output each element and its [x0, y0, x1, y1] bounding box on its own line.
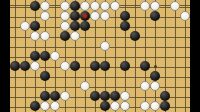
white-stone[interactable] [110, 101, 120, 111]
white-stone[interactable] [90, 11, 100, 21]
black-stone[interactable] [120, 21, 130, 31]
white-stone[interactable] [180, 11, 190, 21]
go-board[interactable] [10, 0, 190, 112]
black-stone[interactable] [150, 71, 160, 81]
letterbox-bar-left [0, 0, 10, 112]
black-stone[interactable] [70, 61, 80, 71]
last-move-marker-icon [83, 14, 87, 18]
black-stone[interactable] [70, 1, 80, 11]
white-stone[interactable] [120, 91, 130, 101]
white-stone[interactable] [150, 101, 160, 111]
white-stone[interactable] [40, 11, 50, 21]
black-stone[interactable] [100, 61, 110, 71]
white-stone[interactable] [40, 101, 50, 111]
white-stone[interactable] [70, 31, 80, 41]
white-stone[interactable] [40, 31, 50, 41]
black-stone[interactable] [30, 1, 40, 11]
white-stone[interactable] [60, 61, 70, 71]
white-stone[interactable] [60, 21, 70, 31]
black-stone[interactable] [20, 61, 30, 71]
black-stone[interactable] [130, 31, 140, 41]
black-stone[interactable] [40, 51, 50, 61]
white-stone[interactable] [60, 91, 70, 101]
black-stone[interactable] [30, 101, 40, 111]
white-stone[interactable] [150, 1, 160, 11]
white-stone[interactable] [100, 41, 110, 51]
white-stone[interactable] [80, 1, 90, 11]
star-point [154, 65, 157, 68]
white-stone[interactable] [30, 31, 40, 41]
white-stone[interactable] [170, 1, 180, 11]
white-stone[interactable] [110, 1, 120, 11]
black-stone[interactable] [110, 91, 120, 101]
white-stone[interactable] [100, 11, 110, 21]
black-stone[interactable] [60, 31, 70, 41]
white-stone[interactable] [90, 1, 100, 11]
black-stone[interactable] [120, 11, 130, 21]
black-stone[interactable] [70, 21, 80, 31]
black-stone[interactable] [30, 51, 40, 61]
white-stone[interactable] [60, 1, 70, 11]
white-stone[interactable] [140, 81, 150, 91]
white-stone[interactable] [80, 81, 90, 91]
white-stone[interactable] [150, 81, 160, 91]
black-stone[interactable] [100, 101, 110, 111]
black-stone[interactable] [160, 101, 170, 111]
white-stone[interactable] [140, 101, 150, 111]
black-stone[interactable] [140, 61, 150, 71]
black-stone[interactable] [40, 91, 50, 101]
white-stone[interactable] [30, 61, 40, 71]
white-stone[interactable] [60, 11, 70, 21]
white-stone[interactable] [100, 1, 110, 11]
white-stone[interactable] [40, 1, 50, 11]
black-stone[interactable] [90, 61, 100, 71]
black-stone[interactable] [80, 21, 90, 31]
letterbox-bar-right [190, 0, 200, 112]
black-stone[interactable] [160, 91, 170, 101]
black-stone[interactable] [50, 91, 60, 101]
black-stone[interactable] [150, 11, 160, 21]
black-stone[interactable] [10, 61, 20, 71]
white-stone[interactable] [50, 51, 60, 61]
black-stone[interactable] [70, 11, 80, 21]
white-stone[interactable] [50, 101, 60, 111]
black-stone[interactable] [90, 91, 100, 101]
black-stone[interactable] [40, 71, 50, 81]
black-stone[interactable] [120, 61, 130, 71]
go-game-screenshot [0, 0, 200, 112]
white-stone[interactable] [20, 21, 30, 31]
white-stone[interactable] [120, 101, 130, 111]
white-stone[interactable] [140, 1, 150, 11]
black-stone[interactable] [30, 21, 40, 31]
black-stone[interactable] [100, 91, 110, 101]
